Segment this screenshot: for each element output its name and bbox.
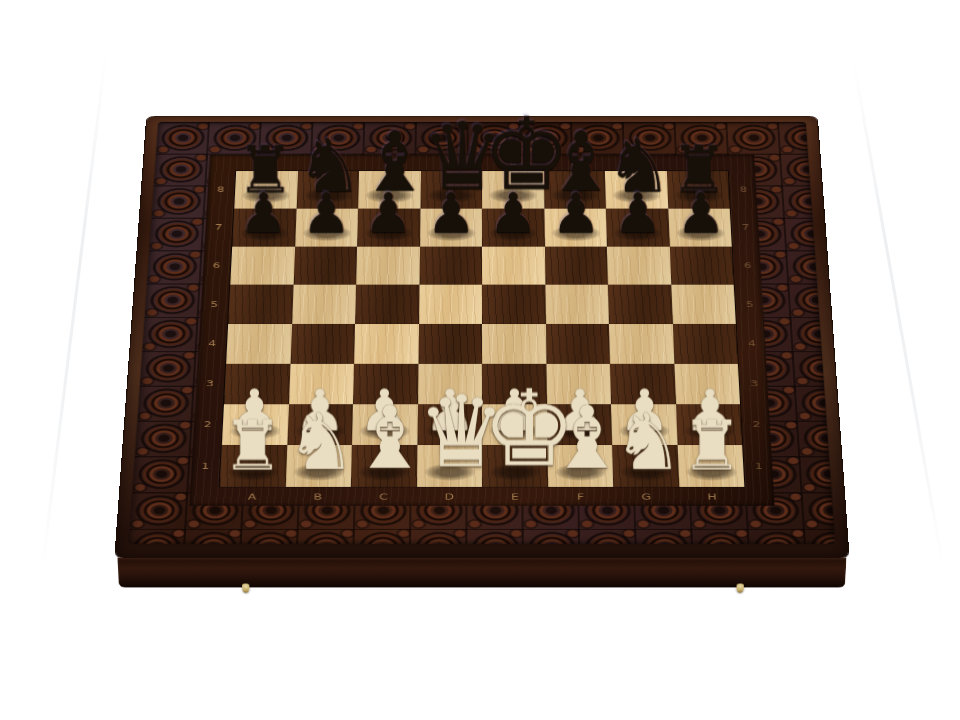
square-b8 [296, 171, 359, 208]
square-h6 [669, 246, 733, 284]
square-a7 [232, 208, 296, 246]
scene: 87654321 87654321 ABCDEFGH ABCDEFGH ♜♞♝♛… [0, 0, 960, 720]
square-d5 [419, 285, 482, 324]
square-c5 [355, 285, 419, 324]
square-e6 [482, 246, 545, 284]
square-b5 [292, 285, 356, 324]
square-e5 [482, 285, 545, 324]
piece-white-knight-g1: ♞ [613, 405, 679, 480]
square-f7 [544, 208, 607, 246]
piece-white-knight-b1: ♞ [285, 405, 351, 480]
square-b7 [295, 208, 358, 246]
square-f5 [545, 285, 609, 324]
square-f6 [544, 246, 607, 284]
square-a6 [230, 246, 294, 284]
square-h5 [671, 285, 736, 324]
square-e7 [482, 208, 544, 246]
clasp-right [736, 584, 744, 593]
square-b6 [293, 246, 357, 284]
square-g7 [606, 208, 669, 246]
square-h7 [668, 208, 732, 246]
clasp-left [242, 584, 250, 593]
piece-white-rook-a1: ♜ [220, 415, 286, 480]
square-c6 [356, 246, 419, 284]
square-g8 [605, 171, 668, 208]
piece-white-bishop-c1: ♝ [351, 397, 417, 479]
square-a8 [234, 171, 297, 208]
square-c8 [358, 171, 420, 208]
square-d6 [419, 246, 482, 284]
square-d8 [420, 171, 482, 208]
square-f8 [543, 171, 605, 208]
box-front-face [117, 558, 846, 588]
square-c7 [357, 208, 420, 246]
chess-box: 87654321 87654321 ABCDEFGH ABCDEFGH ♜♞♝♛… [115, 116, 848, 557]
square-g6 [607, 246, 671, 284]
piece-white-queen-d1: ♛ [416, 385, 482, 479]
square-g5 [608, 285, 672, 324]
square-e8 [482, 171, 544, 208]
square-h8 [666, 171, 729, 208]
square-d7 [420, 208, 482, 246]
square-a5 [228, 285, 293, 324]
piece-white-rook-h1: ♜ [679, 415, 745, 480]
